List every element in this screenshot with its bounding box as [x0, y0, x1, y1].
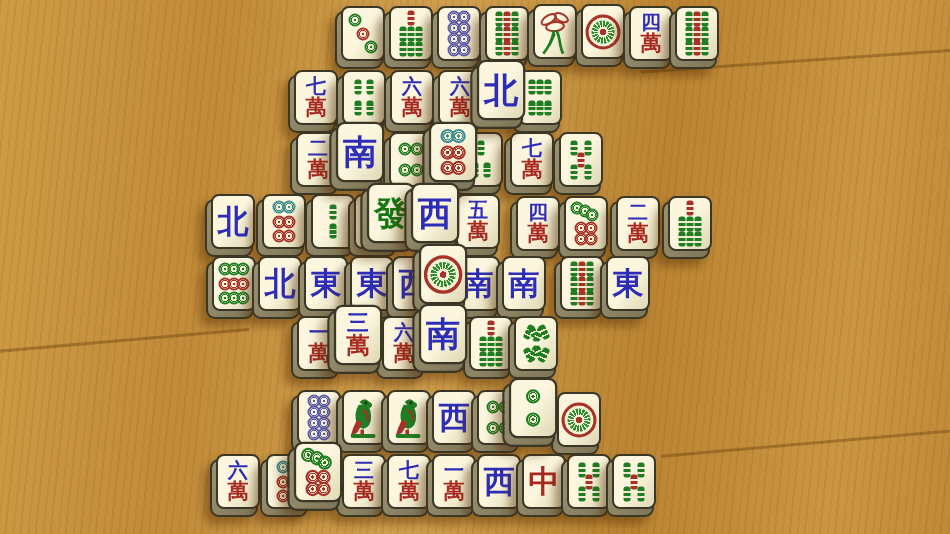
wan-glyphs: 七萬 — [522, 139, 543, 179]
tile-face — [509, 378, 557, 439]
tile-wan-4[interactable]: 四萬 — [510, 196, 564, 261]
dots-pattern — [216, 260, 252, 307]
bamboo-stick-icon — [694, 216, 701, 231]
bamboo-stick-icon — [544, 80, 551, 95]
bamboo-stick-icon — [679, 216, 686, 231]
bamboo-stick-icon — [511, 12, 518, 27]
dot-circle-icon — [357, 27, 370, 40]
bamboo-stick-icon — [355, 80, 362, 95]
dot-circle-icon — [526, 389, 540, 403]
tile-face: 二萬 — [616, 196, 660, 251]
bamboo-stick-icon — [504, 40, 511, 55]
tile-face: 四萬 — [629, 6, 673, 61]
dot-circle-icon — [236, 277, 249, 290]
bamboo-stick-icon — [488, 321, 495, 336]
bamboo-stick-icon — [579, 276, 586, 291]
orchid-flower-icon — [537, 8, 573, 56]
tile-face — [469, 316, 513, 371]
tile-face — [559, 132, 603, 187]
bamboo-stick-icon — [686, 40, 693, 55]
tile-face — [557, 392, 601, 447]
tile-face: 北 — [258, 256, 302, 311]
bamboo-pattern — [672, 200, 708, 247]
dot-circle-icon — [452, 145, 466, 159]
tile-face — [429, 122, 477, 183]
tile-dots-7[interactable] — [287, 442, 346, 514]
tile-face — [437, 6, 481, 61]
bamboo-stick-icon — [585, 141, 592, 156]
dot-circle-icon — [236, 263, 249, 276]
tile-face: 七萬 — [387, 454, 431, 509]
wan-glyphs: 四萬 — [641, 13, 662, 53]
wan-glyphs: 六萬 — [402, 77, 423, 117]
bamboo-stick-icon — [511, 40, 518, 55]
tile-face — [567, 454, 611, 509]
bamboo-stick-icon — [488, 351, 495, 366]
bamboo-stick-icon — [495, 336, 502, 351]
tile-face: 三萬 — [334, 305, 382, 366]
bamboo-stick-icon — [578, 152, 585, 167]
wan-man-glyph: 萬 — [450, 97, 471, 118]
bamboo-stick-icon — [511, 26, 518, 41]
tile-face — [262, 194, 306, 249]
wan-man-glyph: 萬 — [522, 159, 543, 180]
bamboo-stick-icon — [579, 290, 586, 305]
bamboo-stick-icon — [496, 26, 503, 41]
tile-bamboo-9[interactable] — [669, 6, 723, 71]
dot-circle-icon — [452, 129, 466, 143]
wan-man-glyph: 萬 — [347, 334, 370, 357]
wan-glyphs: 三萬 — [354, 461, 375, 501]
bamboo-stick-icon — [694, 26, 701, 41]
bamboo-stick-icon — [694, 12, 701, 27]
tile-north[interactable]: 北 — [205, 194, 259, 259]
dot-circle-icon — [349, 14, 362, 27]
honor-glyph: 北 — [218, 206, 249, 237]
bamboo-pattern — [489, 10, 525, 57]
dot-circle-icon — [586, 14, 621, 49]
tile-south[interactable]: 南 — [412, 304, 471, 376]
tile-face — [581, 4, 625, 59]
wan-man-glyph: 萬 — [308, 159, 329, 180]
honor-glyph: 東 — [357, 268, 388, 299]
tile-wan-3[interactable]: 三萬 — [327, 305, 386, 377]
wan-glyphs: 四萬 — [528, 203, 549, 243]
tile-bamboo-5[interactable] — [606, 454, 660, 519]
bamboo-stick-icon — [701, 40, 708, 55]
tile-face: 北 — [477, 60, 525, 121]
tile-face — [297, 390, 341, 445]
bamboo-stick-icon — [408, 26, 415, 41]
tile-dots-7[interactable] — [558, 196, 612, 261]
sparrow-bird-icon — [348, 395, 380, 441]
tile-bamboo-8[interactable] — [508, 316, 562, 381]
bamboo-pattern — [563, 136, 599, 183]
wan-glyphs: 三萬 — [347, 313, 370, 357]
honor-glyph: 北 — [265, 268, 296, 299]
honor-glyph: 西 — [484, 466, 515, 497]
bamboo-stick-icon — [495, 351, 502, 366]
bamboo-pattern — [346, 74, 382, 121]
dots-pattern — [433, 126, 473, 178]
wan-glyphs: 一萬 — [444, 461, 465, 501]
tile-face: 南 — [419, 304, 467, 365]
tile-face — [533, 4, 577, 59]
bamboo-stick-icon — [586, 290, 593, 305]
bamboo-stick-icon — [701, 12, 708, 27]
tile-face: 北 — [211, 194, 255, 249]
tile-face: 東 — [304, 256, 348, 311]
mahjong-table: 四萬七萬六萬六萬北二萬南七萬北發西五萬四萬二萬北東東西南南東一萬三萬六萬南西六萬… — [0, 0, 950, 534]
bamboo-pattern — [571, 458, 607, 505]
tile-face: 中 — [522, 454, 566, 509]
wan-glyphs: 六萬 — [228, 461, 249, 501]
dot-circle-icon — [424, 255, 463, 294]
tile-dots-2[interactable] — [502, 378, 561, 450]
wan-man-glyph: 萬 — [628, 223, 649, 244]
tile-face: 七萬 — [510, 132, 554, 187]
tile-face — [342, 70, 386, 125]
wan-man-glyph: 萬 — [528, 223, 549, 244]
dots-pattern — [301, 394, 337, 441]
bamboo-stick-icon — [585, 164, 592, 179]
bamboo-stick-icon — [480, 336, 487, 351]
dot-circle-icon — [283, 201, 296, 214]
sparrow-bird-icon — [393, 395, 425, 441]
wan-man-glyph: 萬 — [641, 33, 662, 54]
bamboo-stick-icon — [687, 231, 694, 246]
wan-man-glyph: 萬 — [306, 97, 327, 118]
tile-face: 西 — [477, 454, 521, 509]
bamboo-stick-icon — [586, 276, 593, 291]
bamboo-stick-icon — [400, 41, 407, 56]
honor-glyph: 中 — [529, 466, 560, 497]
bamboo-stick-icon — [638, 486, 645, 501]
bamboo-stick-icon — [694, 40, 701, 55]
dot-circle-icon — [486, 421, 499, 434]
honor-glyph: 南 — [343, 135, 377, 169]
bamboo-stick-icon — [537, 100, 544, 115]
tile-face — [612, 454, 656, 509]
dots-pattern — [513, 382, 553, 434]
honor-glyph: 南 — [426, 317, 460, 351]
tile-face: 六萬 — [216, 454, 260, 509]
dot-circle-icon — [318, 456, 332, 470]
bamboo-stick-icon — [687, 201, 694, 216]
dots-pattern — [423, 248, 463, 300]
bamboo-stick-icon — [415, 26, 422, 41]
tile-face — [675, 6, 719, 61]
bamboo-stick-icon — [570, 141, 577, 156]
wood-seam — [0, 328, 250, 355]
honor-glyph: 東 — [311, 268, 342, 299]
tile-face: 一萬 — [432, 454, 476, 509]
bamboo-stick-icon — [571, 262, 578, 277]
bamboo-stick-icon — [400, 26, 407, 41]
dots-pattern — [266, 198, 302, 245]
bamboo-stick-icon — [701, 26, 708, 41]
bamboo-stick-icon — [504, 26, 511, 41]
wood-seam — [661, 425, 950, 458]
bamboo-stick-icon — [408, 11, 415, 26]
dot-circle-icon — [586, 209, 599, 222]
tile-bamboo-5[interactable] — [553, 132, 607, 197]
bamboo-stick-icon — [504, 12, 511, 27]
tile-face: 七萬 — [294, 70, 338, 125]
bamboo-stick-icon — [366, 100, 373, 115]
dot-circle-icon — [398, 163, 411, 176]
bamboo-stick-icon — [544, 100, 551, 115]
dot-circle-icon — [458, 43, 471, 56]
tile-face — [342, 390, 386, 445]
wan-man-glyph: 萬 — [402, 97, 423, 118]
tile-face: 四萬 — [516, 196, 560, 251]
dots-pattern — [568, 200, 604, 247]
bamboo-pattern — [473, 320, 509, 367]
tile-east[interactable]: 東 — [600, 256, 654, 321]
dot-circle-icon — [562, 402, 597, 437]
bamboo-stick-icon — [638, 463, 645, 478]
tile-face: 南 — [502, 256, 546, 311]
dots-pattern — [561, 396, 597, 443]
dot-circle-icon — [364, 40, 377, 53]
bamboo-stick-icon — [366, 80, 373, 95]
dot-circle-icon — [486, 401, 499, 414]
tile-face — [212, 256, 256, 311]
bamboo-stick-icon — [483, 162, 490, 177]
wan-glyphs: 二萬 — [628, 203, 649, 243]
tile-bamboo-7[interactable] — [662, 196, 716, 261]
bamboo-stick-icon — [578, 463, 585, 478]
bamboo-stick-icon — [586, 474, 593, 489]
wan-man-glyph: 萬 — [468, 221, 489, 242]
bamboo-stick-icon — [679, 231, 686, 246]
bamboo-stick-icon — [631, 474, 638, 489]
tile-face — [668, 196, 712, 251]
bamboo-stick-icon — [593, 463, 600, 478]
bamboo-stick-icon — [496, 12, 503, 27]
wan-glyphs: 七萬 — [399, 461, 420, 501]
tile-wan-6[interactable]: 六萬 — [210, 454, 264, 519]
honor-glyph: 西 — [439, 402, 470, 433]
bamboo-stick-icon — [687, 216, 694, 231]
tile-face — [341, 6, 385, 61]
bamboo-stick-icon — [579, 262, 586, 277]
bamboo-pattern — [393, 10, 429, 57]
bamboo-pattern — [518, 320, 554, 367]
bamboo-stick-icon — [408, 41, 415, 56]
tile-dots-6[interactable] — [256, 194, 310, 259]
honor-glyph: 東 — [613, 268, 644, 299]
bamboo-stick-icon — [330, 205, 337, 220]
tile-wan-7[interactable]: 七萬 — [504, 132, 558, 197]
dot-circle-icon — [236, 291, 249, 304]
tile-dots-3[interactable] — [335, 6, 389, 71]
wan-man-glyph: 萬 — [228, 481, 249, 502]
bamboo-stick-icon — [694, 231, 701, 246]
tile-face — [419, 244, 467, 305]
tile-face — [294, 442, 342, 503]
wan-man-glyph: 萬 — [444, 481, 465, 502]
bamboo-pattern — [679, 10, 715, 57]
tile-south[interactable]: 南 — [496, 256, 550, 321]
honor-glyph: 南 — [509, 268, 540, 299]
bamboo-stick-icon — [355, 100, 362, 115]
tile-face: 東 — [606, 256, 650, 311]
tile-face — [485, 6, 529, 61]
tile-face: 西 — [432, 390, 476, 445]
tile-face — [560, 256, 604, 311]
tile-face: 西 — [411, 183, 459, 244]
dot-circle-icon — [283, 215, 296, 228]
tile-dots-1[interactable] — [575, 4, 629, 69]
tile-face — [387, 390, 431, 445]
tile-flower[interactable] — [527, 4, 581, 69]
tile-bamboo-7[interactable] — [383, 6, 437, 71]
tile-north[interactable]: 北 — [470, 60, 529, 132]
bamboo-stick-icon — [623, 463, 630, 478]
tile-face — [389, 6, 433, 61]
bamboo-stick-icon — [586, 262, 593, 277]
dots-pattern — [441, 10, 477, 57]
wan-glyphs: 六萬 — [450, 77, 471, 117]
dot-circle-icon — [585, 233, 598, 246]
wan-man-glyph: 萬 — [354, 481, 375, 502]
tile-face: 六萬 — [390, 70, 434, 125]
bamboo-stick-icon — [488, 336, 495, 351]
dot-circle-icon — [526, 412, 540, 426]
honor-glyph: 北 — [484, 73, 518, 107]
bamboo-stick-icon — [537, 80, 544, 95]
wan-man-glyph: 萬 — [399, 481, 420, 502]
dot-circle-icon — [317, 482, 331, 496]
bamboo-stick-icon — [686, 12, 693, 27]
tile-face: 三萬 — [342, 454, 386, 509]
wan-glyphs: 五萬 — [468, 201, 489, 241]
dot-circle-icon — [398, 143, 411, 156]
bamboo-stick-icon — [686, 26, 693, 41]
honor-glyph: 發 — [374, 196, 408, 230]
wan-glyphs: 七萬 — [306, 77, 327, 117]
dots-pattern — [585, 8, 621, 55]
dots-pattern — [298, 446, 338, 498]
dot-circle-icon — [283, 229, 296, 242]
tile-face — [564, 196, 608, 251]
bamboo-stick-icon — [593, 486, 600, 501]
bamboo-stick-icon — [623, 486, 630, 501]
bamboo-stick-icon — [480, 351, 487, 366]
bamboo-stick-icon — [570, 164, 577, 179]
bamboo-stick-icon — [415, 41, 422, 56]
tile-face — [514, 316, 558, 371]
dot-circle-icon — [452, 160, 466, 174]
dot-circle-icon — [318, 427, 331, 440]
bamboo-stick-icon — [496, 40, 503, 55]
bamboo-stick-icon — [571, 276, 578, 291]
honor-glyph: 西 — [418, 196, 452, 230]
dots-pattern — [345, 10, 381, 57]
bamboo-pattern — [616, 458, 652, 505]
tile-face: 南 — [336, 122, 384, 183]
bamboo-pattern — [315, 198, 351, 245]
wan-glyphs: 二萬 — [308, 139, 329, 179]
bamboo-stick-icon — [578, 486, 585, 501]
bamboo-stick-icon — [571, 290, 578, 305]
bamboo-pattern — [564, 260, 600, 307]
bamboo-stick-icon — [330, 223, 337, 238]
tile-wan-2[interactable]: 二萬 — [610, 196, 664, 261]
